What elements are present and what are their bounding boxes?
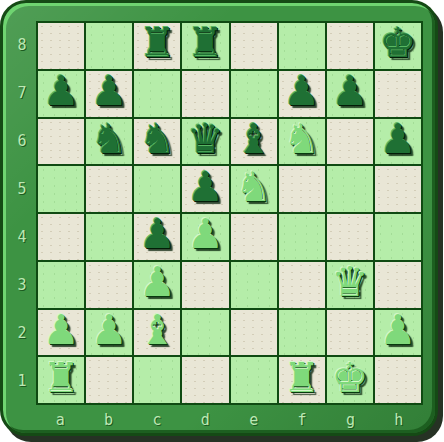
square-f6[interactable]: ♞ bbox=[279, 119, 325, 165]
square-a5[interactable] bbox=[38, 166, 84, 212]
piece-black-king[interactable]: ♚ bbox=[380, 23, 417, 64]
piece-white-knight[interactable]: ♞ bbox=[235, 167, 272, 208]
file-label-a: a bbox=[36, 407, 84, 433]
piece-black-pawn[interactable]: ♟ bbox=[91, 71, 128, 112]
square-d8[interactable]: ♜ bbox=[182, 23, 228, 69]
file-label-e: e bbox=[230, 407, 278, 433]
square-a8[interactable] bbox=[38, 23, 84, 69]
square-a1[interactable]: ♜ bbox=[38, 357, 84, 403]
board-frame: 87654321 ♜♜♚♟♟♟♟♞♞♛♝♞♟♟♞♟♟♟♛♟♟♝♟♜♜♚ abcd… bbox=[0, 0, 438, 436]
square-c3[interactable]: ♟ bbox=[134, 262, 180, 308]
file-label-g: g bbox=[326, 407, 374, 433]
piece-black-pawn[interactable]: ♟ bbox=[380, 119, 417, 160]
piece-white-pawn[interactable]: ♟ bbox=[91, 310, 128, 351]
piece-white-bishop[interactable]: ♝ bbox=[139, 310, 176, 351]
square-e6[interactable]: ♝ bbox=[231, 119, 277, 165]
square-e1[interactable] bbox=[231, 357, 277, 403]
square-e8[interactable] bbox=[231, 23, 277, 69]
square-d5[interactable]: ♟ bbox=[182, 166, 228, 212]
square-c2[interactable]: ♝ bbox=[134, 310, 180, 356]
file-labels: abcdefgh bbox=[36, 407, 423, 433]
square-d6[interactable]: ♛ bbox=[182, 119, 228, 165]
rank-label-7: 7 bbox=[11, 69, 33, 117]
square-c5[interactable] bbox=[134, 166, 180, 212]
square-h1[interactable] bbox=[375, 357, 421, 403]
file-label-d: d bbox=[181, 407, 229, 433]
square-g3[interactable]: ♛ bbox=[327, 262, 373, 308]
square-h5[interactable] bbox=[375, 166, 421, 212]
square-c1[interactable] bbox=[134, 357, 180, 403]
square-a6[interactable] bbox=[38, 119, 84, 165]
square-e5[interactable]: ♞ bbox=[231, 166, 277, 212]
square-h6[interactable]: ♟ bbox=[375, 119, 421, 165]
piece-black-pawn[interactable]: ♟ bbox=[43, 71, 80, 112]
square-f4[interactable] bbox=[279, 214, 325, 260]
square-a3[interactable] bbox=[38, 262, 84, 308]
square-b4[interactable] bbox=[86, 214, 132, 260]
square-c4[interactable]: ♟ bbox=[134, 214, 180, 260]
square-b1[interactable] bbox=[86, 357, 132, 403]
square-e7[interactable] bbox=[231, 71, 277, 117]
square-b8[interactable] bbox=[86, 23, 132, 69]
piece-black-rook[interactable]: ♜ bbox=[139, 23, 176, 64]
piece-white-pawn[interactable]: ♟ bbox=[380, 310, 417, 351]
piece-white-pawn[interactable]: ♟ bbox=[139, 262, 176, 303]
piece-white-queen[interactable]: ♛ bbox=[331, 262, 368, 303]
square-d7[interactable] bbox=[182, 71, 228, 117]
square-g2[interactable] bbox=[327, 310, 373, 356]
piece-white-knight[interactable]: ♞ bbox=[283, 119, 320, 160]
square-g4[interactable] bbox=[327, 214, 373, 260]
square-h7[interactable] bbox=[375, 71, 421, 117]
square-g1[interactable]: ♚ bbox=[327, 357, 373, 403]
rank-label-1: 1 bbox=[11, 357, 33, 405]
square-d4[interactable]: ♟ bbox=[182, 214, 228, 260]
square-b6[interactable]: ♞ bbox=[86, 119, 132, 165]
square-c8[interactable]: ♜ bbox=[134, 23, 180, 69]
square-f5[interactable] bbox=[279, 166, 325, 212]
square-d2[interactable] bbox=[182, 310, 228, 356]
rank-label-8: 8 bbox=[11, 21, 33, 69]
square-e4[interactable] bbox=[231, 214, 277, 260]
square-f2[interactable] bbox=[279, 310, 325, 356]
square-f1[interactable]: ♜ bbox=[279, 357, 325, 403]
square-e2[interactable] bbox=[231, 310, 277, 356]
square-a4[interactable] bbox=[38, 214, 84, 260]
rank-label-6: 6 bbox=[11, 117, 33, 165]
square-f3[interactable] bbox=[279, 262, 325, 308]
piece-black-bishop[interactable]: ♝ bbox=[235, 119, 272, 160]
square-c6[interactable]: ♞ bbox=[134, 119, 180, 165]
square-d3[interactable] bbox=[182, 262, 228, 308]
piece-black-pawn[interactable]: ♟ bbox=[187, 167, 224, 208]
square-b5[interactable] bbox=[86, 166, 132, 212]
piece-white-king[interactable]: ♚ bbox=[331, 358, 368, 399]
rank-labels: 87654321 bbox=[11, 21, 33, 405]
square-f7[interactable]: ♟ bbox=[279, 71, 325, 117]
rank-label-2: 2 bbox=[11, 309, 33, 357]
piece-white-rook[interactable]: ♜ bbox=[283, 358, 320, 399]
file-label-b: b bbox=[84, 407, 132, 433]
file-label-f: f bbox=[278, 407, 326, 433]
square-a7[interactable]: ♟ bbox=[38, 71, 84, 117]
square-g7[interactable]: ♟ bbox=[327, 71, 373, 117]
square-d1[interactable] bbox=[182, 357, 228, 403]
square-a2[interactable]: ♟ bbox=[38, 310, 84, 356]
square-c7[interactable] bbox=[134, 71, 180, 117]
piece-white-pawn[interactable]: ♟ bbox=[187, 214, 224, 255]
square-f8[interactable] bbox=[279, 23, 325, 69]
square-h8[interactable]: ♚ bbox=[375, 23, 421, 69]
piece-black-rook[interactable]: ♜ bbox=[187, 23, 224, 64]
square-g8[interactable] bbox=[327, 23, 373, 69]
rank-label-3: 3 bbox=[11, 261, 33, 309]
square-b7[interactable]: ♟ bbox=[86, 71, 132, 117]
square-b2[interactable]: ♟ bbox=[86, 310, 132, 356]
rank-label-4: 4 bbox=[11, 213, 33, 261]
piece-black-pawn[interactable]: ♟ bbox=[331, 71, 368, 112]
file-label-c: c bbox=[133, 407, 181, 433]
piece-black-pawn[interactable]: ♟ bbox=[139, 214, 176, 255]
piece-white-rook[interactable]: ♜ bbox=[43, 358, 80, 399]
piece-black-knight[interactable]: ♞ bbox=[91, 119, 128, 160]
square-e3[interactable] bbox=[231, 262, 277, 308]
piece-black-pawn[interactable]: ♟ bbox=[283, 71, 320, 112]
piece-black-queen[interactable]: ♛ bbox=[187, 119, 224, 160]
square-g5[interactable] bbox=[327, 166, 373, 212]
square-h3[interactable] bbox=[375, 262, 421, 308]
square-g6[interactable] bbox=[327, 119, 373, 165]
file-label-h: h bbox=[375, 407, 423, 433]
square-b3[interactable] bbox=[86, 262, 132, 308]
square-h2[interactable]: ♟ bbox=[375, 310, 421, 356]
chess-app: 87654321 ♜♜♚♟♟♟♟♞♞♛♝♞♟♟♞♟♟♟♛♟♟♝♟♜♜♚ abcd… bbox=[0, 0, 444, 442]
rank-label-5: 5 bbox=[11, 165, 33, 213]
piece-white-pawn[interactable]: ♟ bbox=[43, 310, 80, 351]
chess-board: ♜♜♚♟♟♟♟♞♞♛♝♞♟♟♞♟♟♟♛♟♟♝♟♜♜♚ bbox=[36, 21, 423, 405]
piece-black-knight[interactable]: ♞ bbox=[139, 119, 176, 160]
square-h4[interactable] bbox=[375, 214, 421, 260]
